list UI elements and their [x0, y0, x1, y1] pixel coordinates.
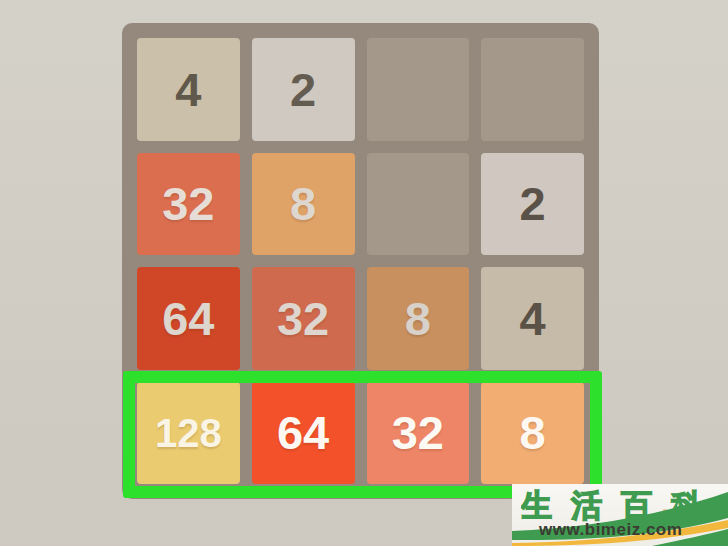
empty-cell: [481, 38, 584, 141]
watermark: How 生活百科 www.bimeiz.com: [512, 484, 728, 546]
empty-cell: [367, 153, 470, 256]
tile-2: 2: [252, 38, 355, 141]
tile-4: 4: [481, 267, 584, 370]
tile-128: 128: [137, 382, 240, 485]
tile-32: 32: [137, 153, 240, 256]
tile-4: 4: [137, 38, 240, 141]
empty-cell: [367, 38, 470, 141]
watermark-url: www.bimeiz.com: [539, 520, 682, 540]
tile-32: 32: [252, 267, 355, 370]
tile-32: 32: [367, 382, 470, 485]
tile-8: 8: [252, 153, 355, 256]
tile-8: 8: [367, 267, 470, 370]
tile-8: 8: [481, 382, 584, 485]
tile-2: 2: [481, 153, 584, 256]
2048-board[interactable]: 42328264328412864328: [122, 23, 599, 499]
tile-64: 64: [252, 382, 355, 485]
game-screen: 42328264328412864328 How 生活百科 www.bimeiz…: [0, 0, 728, 546]
tile-64: 64: [137, 267, 240, 370]
